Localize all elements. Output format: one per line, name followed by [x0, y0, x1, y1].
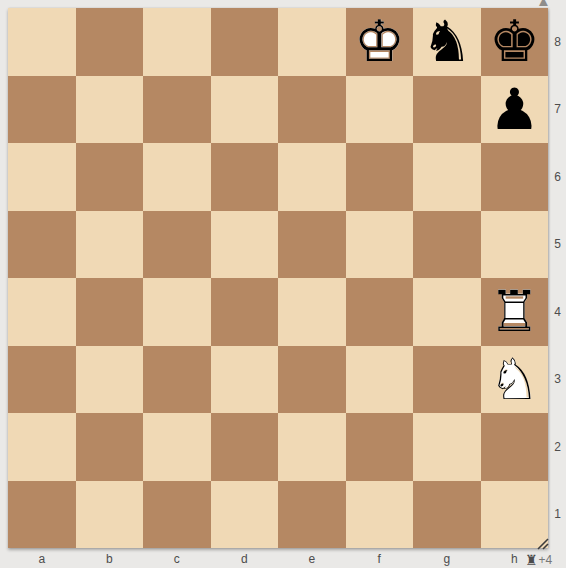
square-d1[interactable]	[211, 481, 279, 549]
square-b2[interactable]	[76, 413, 144, 481]
square-g2[interactable]	[413, 413, 481, 481]
square-a7[interactable]	[8, 76, 76, 144]
rank-label-3: 3	[549, 346, 566, 414]
material-advantage-value: +4	[539, 553, 553, 567]
square-e6[interactable]	[278, 143, 346, 211]
square-a3[interactable]	[8, 346, 76, 414]
file-label-b: b	[76, 551, 144, 567]
file-label-e: e	[278, 551, 346, 567]
black-rook-icon: ♜	[525, 553, 538, 567]
square-c2[interactable]	[143, 413, 211, 481]
square-c6[interactable]	[143, 143, 211, 211]
file-label-d: d	[211, 551, 279, 567]
square-c7[interactable]	[143, 76, 211, 144]
square-f8[interactable]: ♚♔	[346, 8, 414, 76]
square-f1[interactable]	[346, 481, 414, 549]
scroll-up-icon[interactable]: ▲	[536, 0, 551, 8]
square-g3[interactable]	[413, 346, 481, 414]
square-h7[interactable]: ♟	[481, 76, 549, 144]
square-f2[interactable]	[346, 413, 414, 481]
square-g1[interactable]	[413, 481, 481, 549]
square-d5[interactable]	[211, 211, 279, 279]
rank-label-5: 5	[549, 211, 566, 279]
rank-coordinates: 87654321	[549, 8, 566, 548]
square-h8[interactable]: ♚	[481, 8, 549, 76]
square-a8[interactable]	[8, 8, 76, 76]
square-c8[interactable]	[143, 8, 211, 76]
square-f7[interactable]	[346, 76, 414, 144]
page: ♚♔♞♚♟♜♖♞♘ 87654321 abcdefgh ♜ +4 ▲	[0, 0, 566, 568]
square-g6[interactable]	[413, 143, 481, 211]
square-c3[interactable]	[143, 346, 211, 414]
square-c1[interactable]	[143, 481, 211, 549]
file-label-g: g	[413, 551, 481, 567]
square-f4[interactable]	[346, 278, 414, 346]
square-d2[interactable]	[211, 413, 279, 481]
piece-outline-glyph: ♘	[481, 346, 549, 414]
square-f5[interactable]	[346, 211, 414, 279]
piece-outline-glyph: ♔	[346, 8, 414, 76]
black-knight[interactable]: ♞	[413, 8, 481, 76]
square-b4[interactable]	[76, 278, 144, 346]
square-d6[interactable]	[211, 143, 279, 211]
piece-outline-glyph: ♖	[481, 278, 549, 346]
rank-label-4: 4	[549, 278, 566, 346]
square-d8[interactable]	[211, 8, 279, 76]
square-b5[interactable]	[76, 211, 144, 279]
square-h2[interactable]	[481, 413, 549, 481]
square-h6[interactable]	[481, 143, 549, 211]
square-a1[interactable]	[8, 481, 76, 549]
file-label-f: f	[346, 551, 414, 567]
piece-fill-glyph: ♞	[413, 8, 481, 76]
square-c5[interactable]	[143, 211, 211, 279]
square-g8[interactable]: ♞	[413, 8, 481, 76]
piece-fill-glyph: ♚	[481, 8, 549, 76]
square-e3[interactable]	[278, 346, 346, 414]
material-indicator: ♜ +4	[525, 553, 552, 567]
rank-label-6: 6	[549, 143, 566, 211]
square-d3[interactable]	[211, 346, 279, 414]
square-b3[interactable]	[76, 346, 144, 414]
square-a6[interactable]	[8, 143, 76, 211]
square-e1[interactable]	[278, 481, 346, 549]
file-label-a: a	[8, 551, 76, 567]
resize-handle-icon[interactable]	[532, 533, 550, 551]
square-g7[interactable]	[413, 76, 481, 144]
square-h5[interactable]	[481, 211, 549, 279]
square-a2[interactable]	[8, 413, 76, 481]
square-e8[interactable]	[278, 8, 346, 76]
square-e4[interactable]	[278, 278, 346, 346]
square-a4[interactable]	[8, 278, 76, 346]
file-label-c: c	[143, 551, 211, 567]
rank-label-7: 7	[549, 76, 566, 144]
square-b6[interactable]	[76, 143, 144, 211]
square-f6[interactable]	[346, 143, 414, 211]
square-f3[interactable]	[346, 346, 414, 414]
square-e5[interactable]	[278, 211, 346, 279]
rank-label-8: 8	[549, 8, 566, 76]
white-rook[interactable]: ♜♖	[481, 278, 549, 346]
square-d7[interactable]	[211, 76, 279, 144]
black-pawn[interactable]: ♟	[481, 76, 549, 144]
chess-board: ♚♔♞♚♟♜♖♞♘	[8, 8, 548, 548]
black-king[interactable]: ♚	[481, 8, 549, 76]
square-h4[interactable]: ♜♖	[481, 278, 549, 346]
rank-label-1: 1	[549, 481, 566, 549]
square-a5[interactable]	[8, 211, 76, 279]
square-b7[interactable]	[76, 76, 144, 144]
square-e7[interactable]	[278, 76, 346, 144]
piece-fill-glyph: ♟	[481, 76, 549, 144]
white-king[interactable]: ♚♔	[346, 8, 414, 76]
square-d4[interactable]	[211, 278, 279, 346]
file-coordinates: abcdefgh	[8, 551, 548, 567]
square-c4[interactable]	[143, 278, 211, 346]
square-b8[interactable]	[76, 8, 144, 76]
white-knight[interactable]: ♞♘	[481, 346, 549, 414]
rank-label-2: 2	[549, 413, 566, 481]
square-h3[interactable]: ♞♘	[481, 346, 549, 414]
square-g4[interactable]	[413, 278, 481, 346]
square-g5[interactable]	[413, 211, 481, 279]
square-b1[interactable]	[76, 481, 144, 549]
square-e2[interactable]	[278, 413, 346, 481]
